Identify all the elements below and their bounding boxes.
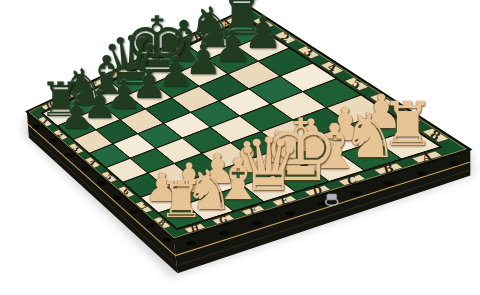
carving-scallop [219,231,229,235]
carving-scallop [48,139,56,143]
carving-scallop [450,161,460,165]
carving-scallop [114,195,122,199]
carving-scallop [65,153,73,157]
carving-scallop [81,167,89,171]
carving-scallop [162,238,170,242]
metal-clasp [327,194,337,200]
carving-scallop [32,125,40,129]
carving-scallop [252,221,262,225]
carving-scallop [351,191,361,195]
carving-scallop [285,211,295,215]
carving-scallop [384,181,394,185]
carving-scallop [417,171,427,175]
carving-scallop [97,181,105,185]
chess-set-photo: 1122334455667788AABBCCDDEEFFGGHH ♜♞♟♝♟♚♟… [0,0,480,295]
carving-scallop [130,210,138,214]
carving-scallop [186,241,196,245]
chess-board: 1122334455667788AABBCCDDEEFFGGHH [0,0,480,295]
carving-scallop [146,224,154,228]
